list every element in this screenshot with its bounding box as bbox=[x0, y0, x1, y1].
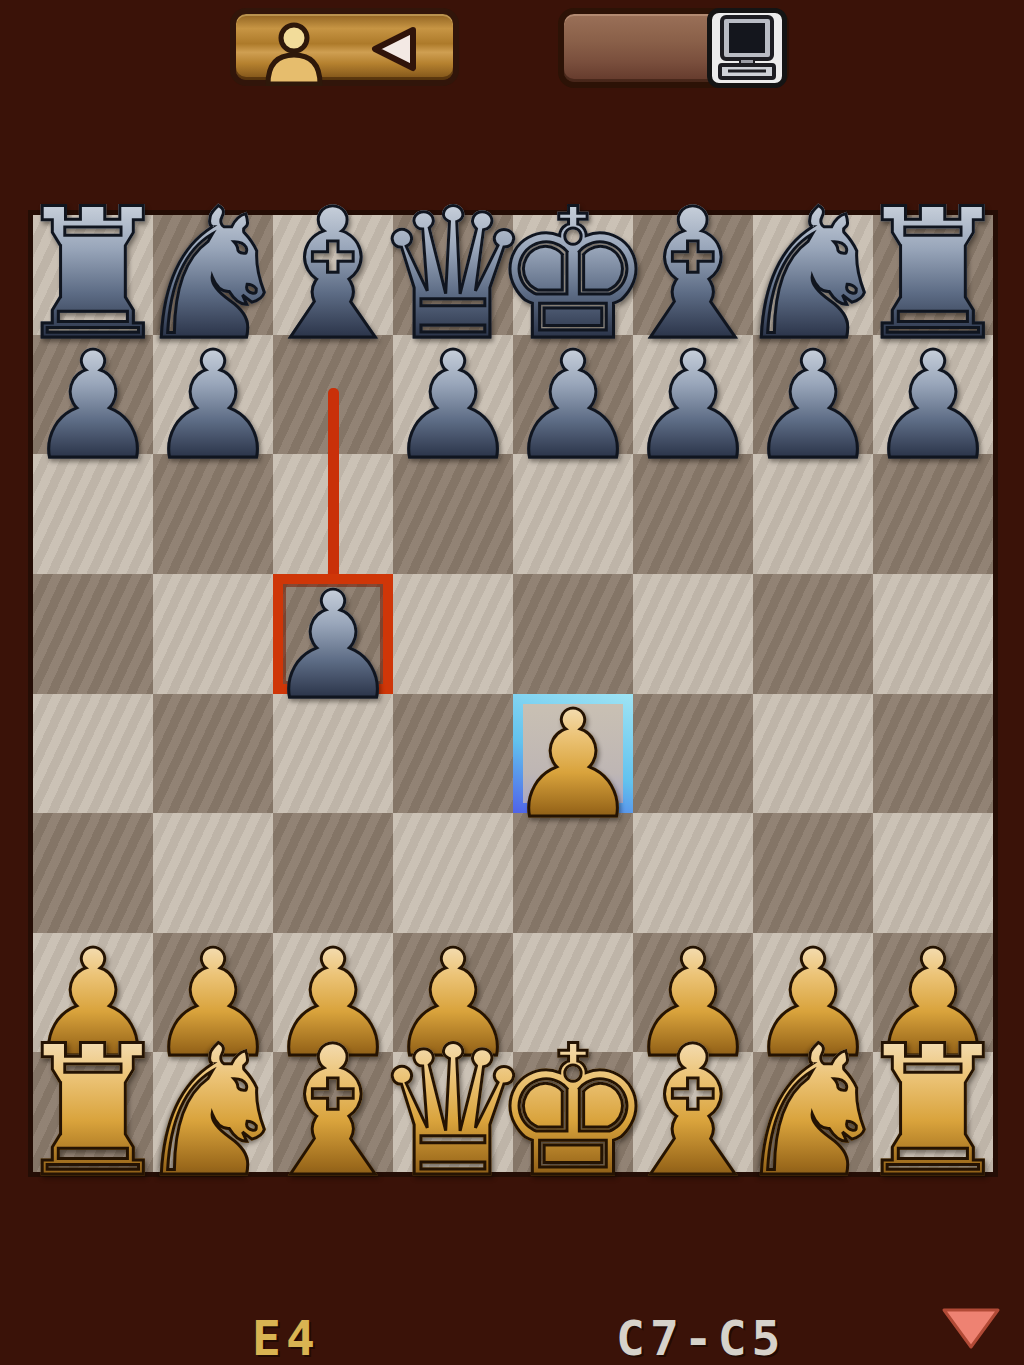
square-a4[interactable] bbox=[33, 694, 153, 814]
white-rook-glyph: ♜ bbox=[852, 1022, 1013, 1202]
left-arrow-icon bbox=[365, 26, 419, 72]
square-a5[interactable] bbox=[33, 574, 153, 694]
black-pawn-glyph: ♟ bbox=[627, 332, 760, 480]
square-f5[interactable] bbox=[633, 574, 753, 694]
piece-black-pawn-b7[interactable]: ♟ bbox=[153, 335, 273, 455]
black-pawn-glyph: ♟ bbox=[867, 332, 1000, 480]
black-pawn-glyph: ♟ bbox=[387, 332, 520, 480]
square-f4[interactable] bbox=[633, 694, 753, 814]
piece-black-pawn-f7[interactable]: ♟ bbox=[633, 335, 753, 455]
square-b4[interactable] bbox=[153, 694, 273, 814]
black-pawn-glyph: ♟ bbox=[147, 332, 280, 480]
down-triangle-icon[interactable] bbox=[938, 1306, 1004, 1350]
piece-black-rook-h8[interactable]: ♜ bbox=[873, 215, 993, 335]
board-frame: ♜♞♝♛♚♝♞♜♟♟♟♟♟♟♟♟♟♟♟♟♟♟♟♟♜♞♝♛♚♝♞♜ bbox=[28, 210, 998, 1177]
black-pawn-glyph: ♟ bbox=[267, 572, 400, 720]
square-b5[interactable] bbox=[153, 574, 273, 694]
square-f3[interactable] bbox=[633, 813, 753, 933]
person-icon bbox=[258, 22, 330, 86]
piece-black-pawn-d7[interactable]: ♟ bbox=[393, 335, 513, 455]
black-pawn-glyph: ♟ bbox=[27, 332, 160, 480]
piece-black-pawn-e7[interactable]: ♟ bbox=[513, 335, 633, 455]
piece-black-pawn-c5[interactable]: ♟ bbox=[273, 574, 393, 694]
black-pawn-glyph: ♟ bbox=[507, 332, 640, 480]
computer-icon bbox=[707, 8, 787, 88]
square-h5[interactable] bbox=[873, 574, 993, 694]
square-a3[interactable] bbox=[33, 813, 153, 933]
piece-white-pawn-e4[interactable]: ♟ bbox=[513, 694, 633, 814]
player-button[interactable] bbox=[230, 8, 459, 86]
square-b3[interactable] bbox=[153, 813, 273, 933]
square-d5[interactable] bbox=[393, 574, 513, 694]
black-move-label: C7-C5 bbox=[616, 1310, 786, 1365]
piece-black-pawn-h7[interactable]: ♟ bbox=[873, 335, 993, 455]
piece-white-rook-h1[interactable]: ♜ bbox=[873, 1052, 993, 1172]
board: ♜♞♝♛♚♝♞♜♟♟♟♟♟♟♟♟♟♟♟♟♟♟♟♟♜♞♝♛♚♝♞♜ bbox=[33, 215, 993, 1172]
square-d3[interactable] bbox=[393, 813, 513, 933]
piece-black-pawn-g7[interactable]: ♟ bbox=[753, 335, 873, 455]
black-pawn-glyph: ♟ bbox=[747, 332, 880, 480]
white-pawn-glyph: ♟ bbox=[507, 691, 640, 839]
square-g4[interactable] bbox=[753, 694, 873, 814]
square-e5[interactable] bbox=[513, 574, 633, 694]
piece-black-pawn-a7[interactable]: ♟ bbox=[33, 335, 153, 455]
computer-button[interactable] bbox=[558, 8, 789, 88]
square-g5[interactable] bbox=[753, 574, 873, 694]
square-d4[interactable] bbox=[393, 694, 513, 814]
square-g3[interactable] bbox=[753, 813, 873, 933]
move-trail-line bbox=[328, 388, 339, 578]
square-h3[interactable] bbox=[873, 813, 993, 933]
square-c3[interactable] bbox=[273, 813, 393, 933]
white-move-label: E4 bbox=[252, 1310, 320, 1365]
square-h4[interactable] bbox=[873, 694, 993, 814]
